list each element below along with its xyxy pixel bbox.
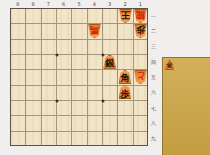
file-label: 8 xyxy=(25,0,40,8)
file-label: 2 xyxy=(117,0,132,8)
file-label: 3 xyxy=(102,0,117,8)
piece-glyph: 馬 xyxy=(90,25,100,35)
rank-label: 三 xyxy=(149,39,158,54)
rank-label: 五 xyxy=(149,69,158,84)
rank-label: 四 xyxy=(149,54,158,69)
rank-labels: 一二三四五六七八九 xyxy=(149,8,158,146)
file-label: 4 xyxy=(87,0,102,8)
piece-glyph: 歩 xyxy=(120,89,130,99)
file-label: 1 xyxy=(133,0,148,8)
piece-glyph: 銀 xyxy=(105,58,115,68)
rank-label: 六 xyxy=(149,85,158,100)
rank-label: 七 xyxy=(149,100,158,115)
piece-glyph: 角 xyxy=(120,73,130,83)
piece-glyph: 歩 xyxy=(136,25,146,35)
file-label: 5 xyxy=(71,0,86,8)
piece-glyph: と xyxy=(135,71,145,81)
star-point xyxy=(102,54,105,57)
file-labels: 987654321 xyxy=(10,0,148,8)
file-label: 9 xyxy=(10,0,25,8)
piece-glyph: 王 xyxy=(120,10,130,20)
star-point xyxy=(56,100,59,103)
piece-glyph: 龍 xyxy=(136,10,146,20)
star-point xyxy=(102,100,105,103)
rank-label: 八 xyxy=(149,115,158,130)
hand-piece-gold[interactable]: 金 xyxy=(165,60,174,70)
file-label: 7 xyxy=(41,0,56,8)
shogi-board[interactable]: 王龍歩馬銀角と歩 xyxy=(10,8,148,146)
shogi-app: 987654321 王龍歩馬銀角と歩 一二三四五六七八九 金 xyxy=(0,0,210,155)
gold-general-glyph: 金 xyxy=(166,62,173,69)
star-point xyxy=(56,54,59,57)
rank-label: 九 xyxy=(149,131,158,146)
rank-label: 二 xyxy=(149,23,158,38)
file-label: 6 xyxy=(56,0,71,8)
rank-label: 一 xyxy=(149,8,158,23)
komadai-sente[interactable]: 金 xyxy=(162,57,210,155)
